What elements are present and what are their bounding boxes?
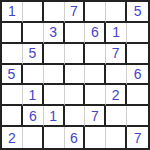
empty-cell-r3c1[interactable] — [2, 44, 23, 65]
given-cell-r6c3: 1 — [44, 106, 65, 127]
given-cell-r7c1: 2 — [2, 127, 23, 148]
empty-cell-r1c2[interactable] — [23, 2, 44, 23]
given-cell-r1c1: 1 — [2, 2, 23, 23]
empty-cell-r2c2[interactable] — [23, 23, 44, 44]
empty-cell-r4c3[interactable] — [44, 65, 65, 86]
empty-cell-r4c2[interactable] — [23, 65, 44, 86]
given-cell-r2c3: 3 — [44, 23, 65, 44]
empty-cell-r3c7[interactable] — [127, 44, 148, 65]
given-cell-r7c7: 7 — [127, 127, 148, 148]
empty-cell-r3c4[interactable] — [65, 44, 86, 65]
empty-cell-r2c4[interactable] — [65, 23, 86, 44]
empty-cell-r5c1[interactable] — [2, 85, 23, 106]
given-cell-r3c2: 5 — [23, 44, 44, 65]
empty-cell-r5c3[interactable] — [44, 85, 65, 106]
empty-cell-r1c6[interactable] — [106, 2, 127, 23]
given-cell-r2c6: 1 — [106, 23, 127, 44]
given-cell-r2c5: 6 — [85, 23, 106, 44]
given-cell-r5c2: 1 — [23, 85, 44, 106]
empty-cell-r3c3[interactable] — [44, 44, 65, 65]
empty-cell-r6c4[interactable] — [65, 106, 86, 127]
given-cell-r3c6: 7 — [106, 44, 127, 65]
empty-cell-r7c3[interactable] — [44, 127, 65, 148]
empty-cell-r5c5[interactable] — [85, 85, 106, 106]
empty-cell-r5c4[interactable] — [65, 85, 86, 106]
given-cell-r4c1: 5 — [2, 65, 23, 86]
empty-cell-r7c6[interactable] — [106, 127, 127, 148]
empty-cell-r3c5[interactable] — [85, 44, 106, 65]
empty-cell-r4c5[interactable] — [85, 65, 106, 86]
given-cell-r1c7: 5 — [127, 2, 148, 23]
empty-cell-r2c7[interactable] — [127, 23, 148, 44]
empty-cell-r6c6[interactable] — [106, 106, 127, 127]
given-cell-r5c6: 2 — [106, 85, 127, 106]
empty-cell-r4c6[interactable] — [106, 65, 127, 86]
empty-cell-r4c4[interactable] — [65, 65, 86, 86]
given-cell-r4c7: 6 — [127, 65, 148, 86]
empty-cell-r1c5[interactable] — [85, 2, 106, 23]
empty-cell-r7c5[interactable] — [85, 127, 106, 148]
empty-cell-r5c7[interactable] — [127, 85, 148, 106]
empty-cell-r6c1[interactable] — [2, 106, 23, 127]
empty-cell-r2c1[interactable] — [2, 23, 23, 44]
puzzle-board: 175361575612617267 — [0, 0, 150, 150]
given-cell-r6c5: 7 — [85, 106, 106, 127]
given-cell-r1c4: 7 — [65, 2, 86, 23]
given-cell-r6c2: 6 — [23, 106, 44, 127]
empty-cell-r7c2[interactable] — [23, 127, 44, 148]
empty-cell-r1c3[interactable] — [44, 2, 65, 23]
empty-cell-r6c7[interactable] — [127, 106, 148, 127]
given-cell-r7c4: 6 — [65, 127, 86, 148]
